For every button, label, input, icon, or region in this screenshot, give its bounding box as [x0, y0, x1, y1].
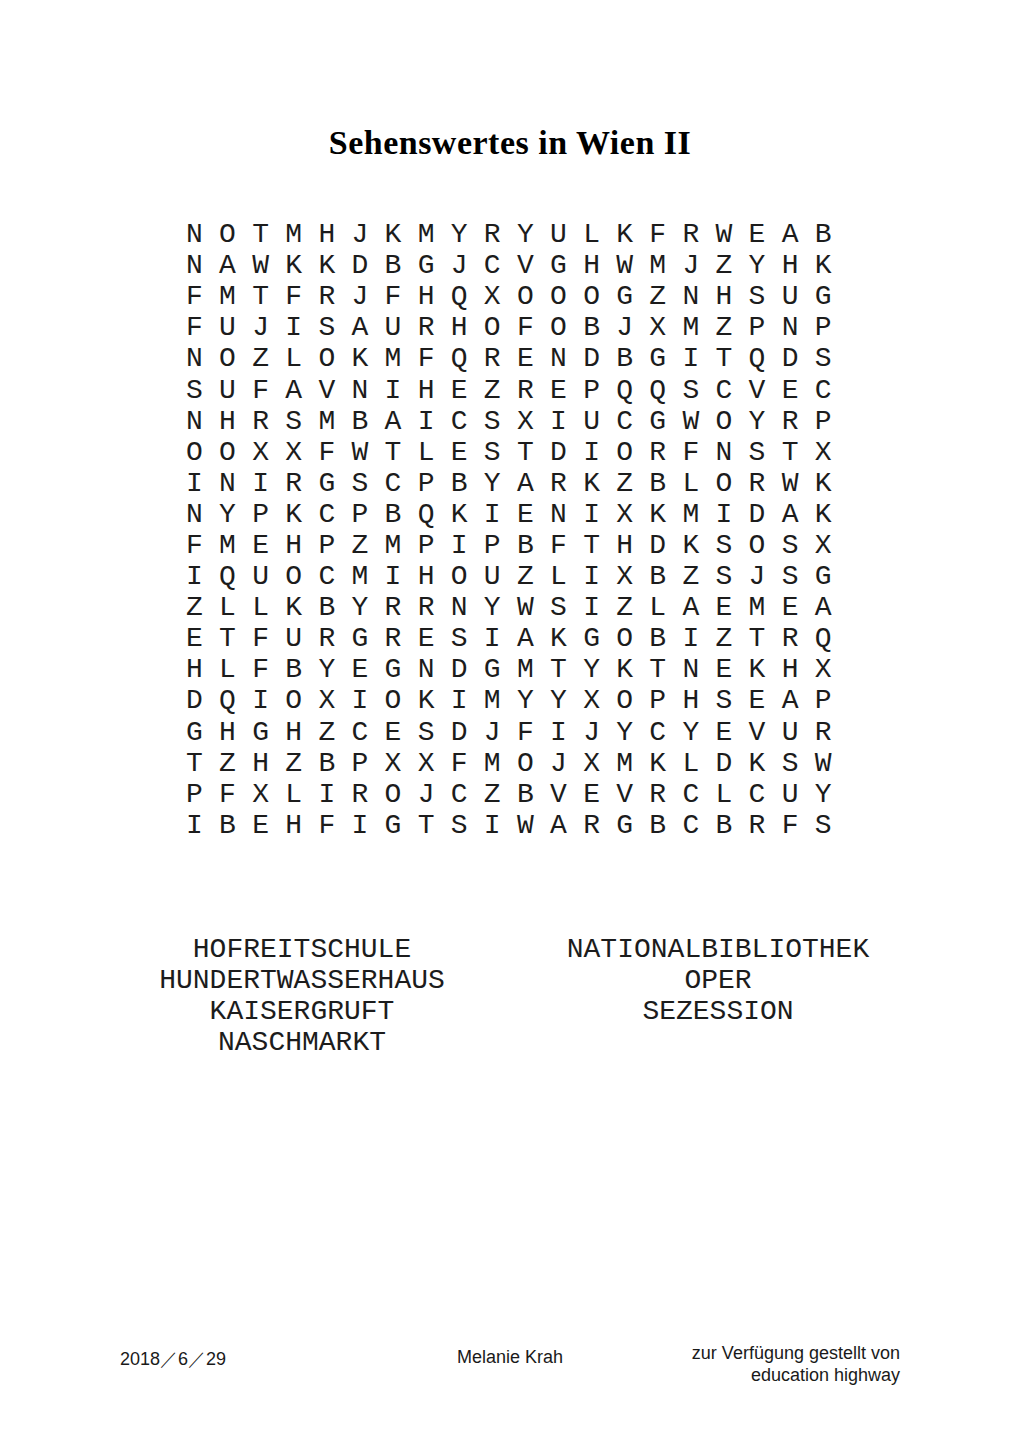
grid-cell: L [418, 437, 451, 468]
grid-cell: A [782, 219, 815, 250]
grid-cell: G [186, 717, 219, 748]
grid-cell: M [219, 281, 252, 312]
grid-cell: A [219, 250, 252, 281]
grid-cell: Y [219, 499, 252, 530]
word-list-item: NATIONALBIBLIOTHEK [436, 934, 1000, 965]
grid-cell: X [649, 312, 682, 343]
grid-cell: H [616, 530, 649, 561]
grid-cell: E [451, 374, 484, 405]
grid-cell: O [385, 779, 418, 810]
grid-cell: H [186, 654, 219, 685]
grid-cell: A [351, 312, 384, 343]
grid-cell: G [252, 717, 285, 748]
grid-cell: R [418, 592, 451, 623]
grid-cell: P [418, 530, 451, 561]
grid-cell: O [219, 437, 252, 468]
grid-cell: I [682, 343, 715, 374]
grid-cell: E [716, 592, 749, 623]
grid-cell: F [186, 281, 219, 312]
grid-cell: S [186, 374, 219, 405]
grid-cell: K [649, 499, 682, 530]
grid-cell: E [749, 685, 782, 716]
grid-cell: F [418, 343, 451, 374]
footer-credit-line: education highway [692, 1364, 900, 1386]
grid-cell: Y [815, 779, 848, 810]
grid-cell: X [815, 530, 848, 561]
grid-cell: G [649, 406, 682, 437]
grid-cell: E [252, 530, 285, 561]
grid-cell: Q [451, 281, 484, 312]
grid-cell: O [583, 281, 616, 312]
grid-cell: C [451, 779, 484, 810]
grid-cell: Y [749, 406, 782, 437]
grid-cell: H [451, 312, 484, 343]
grid-cell: H [782, 654, 815, 685]
grid-cell: L [682, 748, 715, 779]
grid-cell: B [649, 810, 682, 841]
grid-cell: K [616, 654, 649, 685]
grid-cell: E [451, 437, 484, 468]
grid-cell: P [749, 312, 782, 343]
grid-cell: F [285, 281, 318, 312]
grid-cell: X [583, 748, 616, 779]
grid-cell: M [649, 250, 682, 281]
grid-cell: T [186, 748, 219, 779]
grid-cell: K [682, 530, 715, 561]
grid-cell: G [815, 281, 848, 312]
grid-cell: R [682, 219, 715, 250]
grid-cell: F [451, 748, 484, 779]
grid-cell: R [749, 468, 782, 499]
grid-cell: B [219, 810, 252, 841]
grid-cell: I [318, 779, 351, 810]
grid-cell: U [385, 312, 418, 343]
grid-cell: P [815, 312, 848, 343]
grid-cell: C [318, 499, 351, 530]
grid-cell: B [517, 530, 550, 561]
grid-cell: N [550, 499, 583, 530]
grid-cell: F [318, 810, 351, 841]
grid-cell: U [782, 717, 815, 748]
grid-cell: N [550, 343, 583, 374]
grid-cell: G [616, 281, 649, 312]
grid-cell: Y [484, 592, 517, 623]
grid-cell: U [583, 406, 616, 437]
grid-cell: V [550, 779, 583, 810]
grid-cell: O [517, 748, 550, 779]
grid-cell: F [517, 312, 550, 343]
grid-cell: S [451, 623, 484, 654]
grid-cell: F [318, 437, 351, 468]
grid-cell: I [351, 685, 384, 716]
grid-cell: Y [616, 717, 649, 748]
grid-cell: H [285, 717, 318, 748]
grid-cell: Y [517, 685, 550, 716]
grid-cell: R [418, 312, 451, 343]
grid-cell: O [186, 437, 219, 468]
grid-cell: N [186, 343, 219, 374]
grid-cell: L [649, 592, 682, 623]
grid-cell: L [252, 592, 285, 623]
grid-cell: I [186, 468, 219, 499]
grid-cell: X [517, 406, 550, 437]
grid-cell: G [385, 654, 418, 685]
grid-cell: W [517, 810, 550, 841]
grid-cell: B [385, 499, 418, 530]
grid-cell: N [186, 250, 219, 281]
grid-cell: J [682, 250, 715, 281]
grid-cell: L [219, 654, 252, 685]
grid-cell: P [583, 374, 616, 405]
grid-cell: S [782, 748, 815, 779]
grid-cell: I [682, 623, 715, 654]
grid-cell: H [219, 717, 252, 748]
grid-cell: I [583, 499, 616, 530]
grid-cell: N [186, 219, 219, 250]
grid-cell: E [782, 592, 815, 623]
grid-cell: I [385, 374, 418, 405]
grid-cell: U [219, 374, 252, 405]
grid-cell: W [682, 406, 715, 437]
grid-cell: O [616, 685, 649, 716]
grid-cell: Y [484, 468, 517, 499]
grid-cell: M [385, 530, 418, 561]
grid-cell: O [318, 343, 351, 374]
grid-cell: O [219, 219, 252, 250]
grid-cell: Q [219, 685, 252, 716]
grid-cell: U [484, 561, 517, 592]
grid-cell: Q [418, 499, 451, 530]
grid-cell: B [517, 779, 550, 810]
grid-cell: G [418, 250, 451, 281]
grid-cell: C [682, 810, 715, 841]
grid-cell: K [550, 623, 583, 654]
grid-cell: W [517, 592, 550, 623]
grid-cell: D [649, 530, 682, 561]
grid-cell: E [418, 623, 451, 654]
grid-cell: E [186, 623, 219, 654]
grid-cell: K [285, 250, 318, 281]
grid-cell: U [252, 561, 285, 592]
grid-cell: J [451, 250, 484, 281]
grid-cell: X [252, 779, 285, 810]
grid-cell: T [252, 281, 285, 312]
grid-cell: A [782, 685, 815, 716]
grid-cell: E [716, 654, 749, 685]
grid-cell: Z [186, 592, 219, 623]
grid-cell: W [616, 250, 649, 281]
grid-cell: O [451, 561, 484, 592]
grid-cell: A [682, 592, 715, 623]
grid-cell: D [351, 250, 384, 281]
grid-cell: G [550, 250, 583, 281]
grid-cell: V [616, 779, 649, 810]
grid-cell: I [252, 685, 285, 716]
grid-cell: Y [517, 219, 550, 250]
grid-cell: A [285, 374, 318, 405]
grid-cell: I [484, 499, 517, 530]
grid-cell: R [782, 623, 815, 654]
grid-cell: R [351, 779, 384, 810]
grid-cell: O [749, 530, 782, 561]
grid-cell: O [285, 685, 318, 716]
grid-cell: B [815, 219, 848, 250]
grid-cell: H [418, 374, 451, 405]
grid-cell: N [418, 654, 451, 685]
grid-cell: C [616, 406, 649, 437]
grid-cell: J [749, 561, 782, 592]
grid-cell: K [649, 748, 682, 779]
grid-cell: X [616, 561, 649, 592]
grid-cell: C [815, 374, 848, 405]
grid-cell: Z [285, 748, 318, 779]
word-list-item: SEZESSION [436, 996, 1000, 1027]
grid-cell: O [616, 623, 649, 654]
grid-cell: Z [484, 374, 517, 405]
grid-cell: R [517, 374, 550, 405]
grid-cell: C [484, 250, 517, 281]
grid-cell: O [716, 406, 749, 437]
grid-cell: R [318, 281, 351, 312]
grid-cell: C [318, 561, 351, 592]
grid-cell: A [815, 592, 848, 623]
grid-cell: B [451, 468, 484, 499]
grid-cell: H [682, 685, 715, 716]
grid-cell: D [782, 343, 815, 374]
grid-cell: F [682, 437, 715, 468]
grid-cell: Y [583, 654, 616, 685]
grid-cell: P [186, 779, 219, 810]
grid-cell: N [716, 437, 749, 468]
grid-cell: N [351, 374, 384, 405]
grid-cell: V [517, 250, 550, 281]
grid-cell: E [385, 717, 418, 748]
grid-cell: D [716, 748, 749, 779]
grid-cell: O [550, 281, 583, 312]
grid-cell: R [649, 779, 682, 810]
grid-cell: T [219, 623, 252, 654]
grid-cell: D [749, 499, 782, 530]
grid-cell: J [484, 717, 517, 748]
grid-cell: F [782, 810, 815, 841]
grid-cell: P [815, 685, 848, 716]
grid-cell: O [385, 685, 418, 716]
grid-cell: E [583, 779, 616, 810]
grid-cell: A [782, 499, 815, 530]
grid-cell: S [815, 810, 848, 841]
grid-cell: S [749, 281, 782, 312]
grid-cell: I [583, 437, 616, 468]
grid-cell: R [749, 810, 782, 841]
grid-cell: R [252, 406, 285, 437]
grid-cell: S [716, 685, 749, 716]
grid-cell: H [418, 281, 451, 312]
grid-cell: B [649, 623, 682, 654]
footer-credit: zur Verfügung gestellt voneducation high… [692, 1342, 900, 1386]
grid-cell: J [616, 312, 649, 343]
grid-cell: H [716, 281, 749, 312]
grid-cell: K [418, 685, 451, 716]
grid-cell: B [285, 654, 318, 685]
grid-cell: S [451, 810, 484, 841]
word-search-board: NOTMHJKMYRYULKFRWEABNAWKKDBGJCVGHWMJZYHK… [186, 219, 848, 841]
grid-cell: J [351, 281, 384, 312]
grid-cell: I [252, 468, 285, 499]
grid-cell: O [716, 468, 749, 499]
grid-cell: N [782, 312, 815, 343]
grid-cell: M [285, 219, 318, 250]
grid-cell: L [583, 219, 616, 250]
grid-cell: Z [252, 343, 285, 374]
grid-cell: F [252, 654, 285, 685]
grid-cell: B [351, 406, 384, 437]
grid-cell: A [517, 623, 550, 654]
grid-cell: S [716, 530, 749, 561]
grid-cell: I [451, 530, 484, 561]
word-list-right: NATIONALBIBLIOTHEKOPERSEZESSION [436, 934, 1000, 1027]
grid-cell: K [815, 468, 848, 499]
grid-cell: V [749, 717, 782, 748]
grid-cell: N [186, 499, 219, 530]
grid-cell: Z [318, 717, 351, 748]
grid-cell: Q [219, 561, 252, 592]
grid-cell: Y [682, 717, 715, 748]
grid-cell: L [219, 592, 252, 623]
grid-cell: H [285, 810, 318, 841]
grid-cell: Z [517, 561, 550, 592]
grid-cell: Y [351, 592, 384, 623]
grid-cell: X [484, 281, 517, 312]
grid-cell: U [285, 623, 318, 654]
grid-cell: S [782, 561, 815, 592]
grid-cell: O [616, 437, 649, 468]
grid-cell: F [186, 312, 219, 343]
grid-cell: R [649, 437, 682, 468]
grid-cell: X [583, 685, 616, 716]
grid-cell: W [351, 437, 384, 468]
grid-cell: K [815, 250, 848, 281]
grid-cell: M [682, 499, 715, 530]
grid-cell: I [550, 406, 583, 437]
grid-cell: Y [318, 654, 351, 685]
grid-cell: R [484, 219, 517, 250]
grid-cell: T [517, 437, 550, 468]
grid-cell: N [451, 592, 484, 623]
grid-cell: U [219, 312, 252, 343]
grid-cell: P [318, 530, 351, 561]
grid-cell: K [285, 592, 318, 623]
grid-cell: Z [649, 281, 682, 312]
grid-cell: Z [716, 250, 749, 281]
grid-cell: S [351, 468, 384, 499]
footer-credit-line: zur Verfügung gestellt von [692, 1342, 900, 1364]
grid-cell: I [186, 561, 219, 592]
grid-cell: Y [749, 250, 782, 281]
grid-cell: C [649, 717, 682, 748]
grid-cell: S [418, 717, 451, 748]
grid-cell: K [451, 499, 484, 530]
grid-cell: G [583, 623, 616, 654]
grid-cell: I [385, 561, 418, 592]
grid-cell: I [484, 623, 517, 654]
grid-cell: P [351, 748, 384, 779]
grid-cell: E [749, 219, 782, 250]
grid-cell: T [550, 654, 583, 685]
grid-cell: X [616, 499, 649, 530]
grid-cell: Z [682, 561, 715, 592]
grid-cell: R [385, 592, 418, 623]
grid-cell: G [484, 654, 517, 685]
grid-cell: B [616, 343, 649, 374]
grid-cell: X [815, 654, 848, 685]
grid-cell: G [649, 343, 682, 374]
grid-cell: R [484, 343, 517, 374]
grid-cell: K [385, 219, 418, 250]
grid-cell: K [351, 343, 384, 374]
grid-cell: Y [550, 685, 583, 716]
grid-cell: T [583, 530, 616, 561]
grid-cell: I [583, 561, 616, 592]
grid-cell: H [583, 250, 616, 281]
grid-cell: S [716, 561, 749, 592]
grid-cell: R [285, 468, 318, 499]
grid-cell: G [815, 561, 848, 592]
grid-cell: D [550, 437, 583, 468]
word-list-item: OPER [436, 965, 1000, 996]
grid-cell: M [682, 312, 715, 343]
grid-cell: F [550, 530, 583, 561]
grid-cell: Q [815, 623, 848, 654]
grid-cell: F [517, 717, 550, 748]
grid-cell: L [716, 779, 749, 810]
grid-cell: M [219, 530, 252, 561]
grid-cell: F [649, 219, 682, 250]
grid-cell: M [351, 561, 384, 592]
grid-cell: J [583, 717, 616, 748]
grid-cell: F [252, 374, 285, 405]
grid-cell: H [252, 748, 285, 779]
grid-cell: C [385, 468, 418, 499]
grid-cell: B [318, 592, 351, 623]
grid-cell: B [318, 748, 351, 779]
grid-cell: S [550, 592, 583, 623]
grid-cell: B [649, 468, 682, 499]
grid-cell: I [186, 810, 219, 841]
grid-cell: I [351, 810, 384, 841]
grid-cell: S [815, 343, 848, 374]
grid-cell: Z [716, 312, 749, 343]
grid-cell: A [550, 810, 583, 841]
grid-cell: Z [616, 592, 649, 623]
grid-cell: K [616, 219, 649, 250]
grid-cell: T [418, 810, 451, 841]
grid-cell: Z [616, 468, 649, 499]
grid-cell: P [815, 406, 848, 437]
grid-cell: L [550, 561, 583, 592]
page-title: Sehenswertes in Wien II [0, 124, 1020, 162]
grid-cell: R [550, 468, 583, 499]
grid-cell: E [517, 499, 550, 530]
grid-cell: I [550, 717, 583, 748]
grid-cell: H [782, 250, 815, 281]
grid-cell: F [252, 623, 285, 654]
grid-cell: T [716, 343, 749, 374]
worksheet-page: Sehenswertes in Wien II NOTMHJKMYRYULKFR… [0, 0, 1020, 1443]
grid-cell: Z [351, 530, 384, 561]
grid-cell: P [252, 499, 285, 530]
grid-cell: Q [451, 343, 484, 374]
grid-cell: O [484, 312, 517, 343]
